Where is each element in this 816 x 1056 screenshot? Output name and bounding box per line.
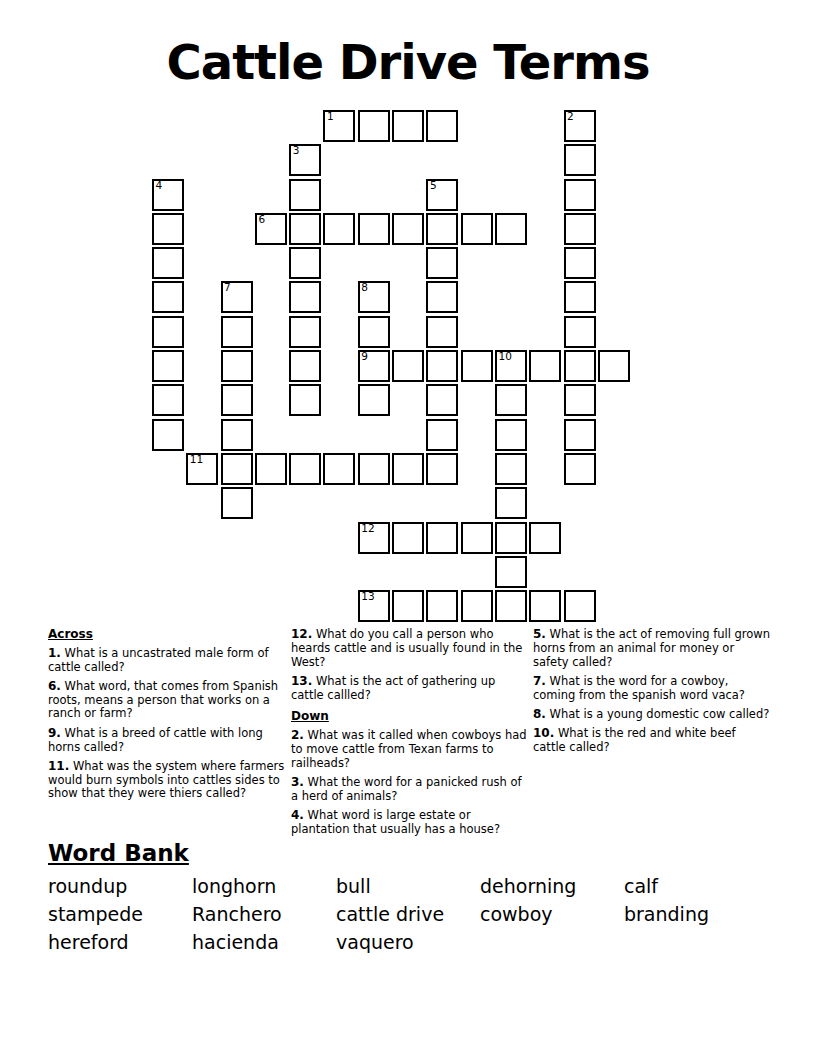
grid-cell[interactable]: 10 [495, 350, 527, 382]
cell-number: 8 [361, 282, 368, 293]
clue-number: 8. [533, 707, 546, 721]
grid-cell[interactable] [221, 453, 253, 485]
clue-number: 4. [291, 808, 304, 822]
grid-cell[interactable] [392, 522, 424, 554]
clue-number: 7. [533, 674, 546, 688]
grid-cell[interactable] [564, 144, 596, 176]
cell-number: 1 [327, 111, 334, 122]
grid-cell[interactable] [529, 590, 561, 622]
clue-list-header: Down [291, 710, 529, 724]
grid-cell[interactable] [426, 419, 458, 451]
grid-cell[interactable] [426, 522, 458, 554]
grid-cell[interactable] [289, 247, 321, 279]
grid-cell[interactable] [152, 281, 184, 313]
clue-12: 12. What do you call a person who heards… [291, 628, 529, 669]
clue-number: 9. [48, 726, 61, 740]
word-bank-word: cattle drive [336, 903, 480, 926]
grid-cell[interactable] [289, 384, 321, 416]
grid-cell[interactable]: 2 [564, 110, 596, 142]
clue-9: 9. What is a breed of cattle with long h… [48, 727, 286, 755]
clue-13: 13. What is the act of gathering up catt… [291, 675, 529, 703]
grid-cell[interactable] [564, 281, 596, 313]
clue-number: 11. [48, 759, 69, 773]
grid-cell[interactable] [358, 384, 390, 416]
clue-number: 12. [291, 627, 312, 641]
clue-column-across: Across1. What is a uncastrated male form… [48, 628, 286, 807]
grid-cell[interactable] [461, 350, 493, 382]
cell-number: 2 [567, 111, 574, 122]
word-bank-word: Ranchero [192, 903, 336, 926]
grid-cell[interactable]: 9 [358, 350, 390, 382]
grid-cell[interactable] [152, 316, 184, 348]
word-bank: Word Bank rounduplonghornbulldehorningca… [48, 840, 768, 954]
clue-section: Down2. What was it called when cowboys h… [291, 710, 529, 836]
grid-cell[interactable] [426, 590, 458, 622]
grid-cell[interactable] [564, 213, 596, 245]
clue-3: 3. What the word for a panicked rush of … [291, 776, 529, 804]
grid-cell[interactable] [392, 110, 424, 142]
clue-number: 3. [291, 775, 304, 789]
clue-section: 12. What do you call a person who heards… [291, 628, 529, 702]
cell-number: 4 [156, 180, 163, 191]
grid-cell[interactable] [495, 556, 527, 588]
grid-cell[interactable] [461, 522, 493, 554]
cell-number: 10 [498, 351, 511, 362]
grid-cell[interactable] [323, 213, 355, 245]
clue-7: 7. What is the word for a cowboy, coming… [533, 675, 771, 703]
clue-list-header: Across [48, 628, 286, 642]
clue-11: 11. What was the system where farmers wo… [48, 760, 286, 801]
grid-cell[interactable] [358, 316, 390, 348]
grid-cell[interactable] [152, 384, 184, 416]
grid-cell[interactable] [529, 350, 561, 382]
grid-cell[interactable] [564, 247, 596, 279]
clue-number: 6. [48, 679, 61, 693]
grid-cell[interactable] [426, 453, 458, 485]
clue-number: 10. [533, 726, 554, 740]
clue-6: 6. What word, that comes from Spanish ro… [48, 680, 286, 721]
grid-cell[interactable] [461, 590, 493, 622]
cell-number: 3 [293, 145, 300, 156]
word-bank-word: roundup [48, 875, 192, 898]
grid-cell[interactable] [564, 453, 596, 485]
grid-cell[interactable] [152, 419, 184, 451]
cell-number: 11 [190, 454, 203, 465]
grid-cell[interactable]: 11 [186, 453, 218, 485]
grid-cell[interactable] [152, 213, 184, 245]
grid-cell[interactable] [221, 350, 253, 382]
grid-cell[interactable] [426, 213, 458, 245]
clue-number: 5. [533, 627, 546, 641]
grid-cell[interactable] [426, 281, 458, 313]
grid-cell[interactable] [221, 316, 253, 348]
word-bank-word: hacienda [192, 931, 336, 954]
cell-number: 6 [258, 214, 265, 225]
grid-cell[interactable] [495, 213, 527, 245]
grid-cell[interactable] [495, 419, 527, 451]
grid-cell[interactable] [461, 213, 493, 245]
grid-cell[interactable] [358, 453, 390, 485]
clue-2: 2. What was it called when cowboys had t… [291, 729, 529, 770]
grid-cell[interactable] [221, 419, 253, 451]
grid-cell[interactable] [564, 419, 596, 451]
grid-cell[interactable] [529, 522, 561, 554]
clue-number: 1. [48, 646, 61, 660]
grid-cell[interactable] [289, 281, 321, 313]
grid-cell[interactable]: 6 [255, 213, 287, 245]
grid-cell[interactable] [323, 453, 355, 485]
grid-cell[interactable] [221, 384, 253, 416]
clue-column-right: 5. What is the act of removing full grow… [533, 628, 771, 760]
grid-cell[interactable]: 7 [221, 281, 253, 313]
grid-cell[interactable] [392, 350, 424, 382]
grid-cell[interactable] [495, 453, 527, 485]
grid-cell[interactable] [392, 453, 424, 485]
grid-cell[interactable] [221, 487, 253, 519]
cell-number: 9 [361, 351, 368, 362]
grid-cell[interactable] [358, 110, 390, 142]
grid-cell[interactable] [289, 179, 321, 211]
clue-section: 5. What is the act of removing full grow… [533, 628, 771, 755]
grid-cell[interactable]: 4 [152, 179, 184, 211]
word-bank-word: longhorn [192, 875, 336, 898]
grid-cell[interactable] [426, 110, 458, 142]
grid-cell[interactable] [495, 384, 527, 416]
grid-cell[interactable] [392, 213, 424, 245]
word-bank-word: calf [624, 875, 768, 898]
crossword-grid: 12345678910111213 [152, 110, 630, 622]
word-bank-word: stampede [48, 903, 192, 926]
page-title: Cattle Drive Terms [0, 34, 816, 90]
grid-cell[interactable] [426, 316, 458, 348]
word-bank-word: branding [624, 903, 768, 926]
cell-number: 7 [224, 282, 231, 293]
grid-cell[interactable] [495, 522, 527, 554]
word-bank-word: hereford [48, 931, 192, 954]
grid-cell[interactable] [564, 590, 596, 622]
cell-number: 12 [361, 523, 374, 534]
grid-cell[interactable] [564, 179, 596, 211]
grid-cell[interactable] [289, 453, 321, 485]
grid-cell[interactable] [426, 247, 458, 279]
grid-cell[interactable] [152, 350, 184, 382]
clue-4: 4. What word is large estate or plantati… [291, 809, 529, 837]
clue-5: 5. What is the act of removing full grow… [533, 628, 771, 669]
clue-10: 10. What is the red and white beef cattl… [533, 727, 771, 755]
grid-cell[interactable] [358, 213, 390, 245]
clue-number: 2. [291, 728, 304, 742]
grid-cell[interactable] [564, 350, 596, 382]
word-bank-word: cowboy [480, 903, 624, 926]
grid-cell[interactable] [426, 350, 458, 382]
cell-number: 5 [430, 180, 437, 191]
clue-number: 13. [291, 674, 312, 688]
grid-cell[interactable]: 12 [358, 522, 390, 554]
grid-cell[interactable]: 8 [358, 281, 390, 313]
clue-1: 1. What is a uncastrated male form of ca… [48, 647, 286, 675]
grid-cell[interactable] [564, 384, 596, 416]
grid-cell[interactable] [495, 487, 527, 519]
grid-cell[interactable] [426, 384, 458, 416]
word-bank-words: rounduplonghornbulldehorningcalfstampede… [48, 875, 768, 954]
clue-section: Across1. What is a uncastrated male form… [48, 628, 286, 801]
grid-cell[interactable] [564, 316, 596, 348]
grid-cell[interactable] [289, 316, 321, 348]
grid-cell[interactable] [289, 213, 321, 245]
clue-column-middle: 12. What do you call a person who heards… [291, 628, 529, 842]
worksheet-page: Cattle Drive Terms 12345678910111213 Acr… [0, 0, 816, 1056]
word-bank-word: vaquero [336, 931, 480, 954]
grid-cell[interactable]: 3 [289, 144, 321, 176]
grid-cell[interactable]: 13 [358, 590, 390, 622]
grid-cell[interactable] [392, 590, 424, 622]
clue-8: 8. What is a young domestic cow called? [533, 708, 771, 722]
cell-number: 13 [361, 591, 374, 602]
grid-cell[interactable]: 5 [426, 179, 458, 211]
grid-cell[interactable] [289, 350, 321, 382]
grid-cell[interactable] [598, 350, 630, 382]
grid-cell[interactable]: 1 [323, 110, 355, 142]
grid-cell[interactable] [255, 453, 287, 485]
grid-cell[interactable] [152, 247, 184, 279]
word-bank-title: Word Bank [48, 840, 768, 866]
word-bank-word: dehorning [480, 875, 624, 898]
grid-cell[interactable] [495, 590, 527, 622]
word-bank-word: bull [336, 875, 480, 898]
